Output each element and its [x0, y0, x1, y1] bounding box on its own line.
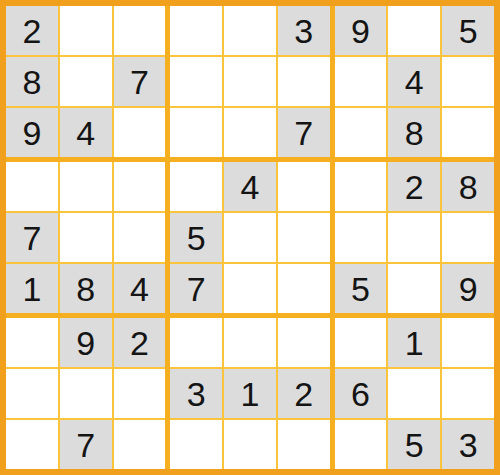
cell-r9c4[interactable]	[170, 420, 222, 469]
cell-r2c4[interactable]	[170, 57, 222, 106]
cell-r1c3[interactable]	[114, 6, 166, 55]
cell-r8c7[interactable]: 6	[335, 369, 387, 418]
cell-r7c4[interactable]	[170, 318, 222, 367]
cell-r4c8[interactable]: 2	[388, 162, 440, 211]
box-3-1: 927	[6, 318, 165, 469]
cell-r8c4[interactable]: 3	[170, 369, 222, 418]
cell-r3c8[interactable]: 8	[388, 108, 440, 157]
cell-r1c9[interactable]: 5	[442, 6, 494, 55]
cell-r4c1[interactable]	[6, 162, 58, 211]
cell-r2c3[interactable]: 7	[114, 57, 166, 106]
cell-r7c6[interactable]	[278, 318, 330, 367]
cell-r1c1[interactable]: 2	[6, 6, 58, 55]
cell-r9c2[interactable]: 7	[60, 420, 112, 469]
cell-r6c9[interactable]: 9	[442, 264, 494, 313]
cell-r9c5[interactable]	[224, 420, 276, 469]
cell-r5c1[interactable]: 7	[6, 213, 58, 262]
cell-r5c6[interactable]	[278, 213, 330, 262]
cell-r5c3[interactable]	[114, 213, 166, 262]
cell-r4c7[interactable]	[335, 162, 387, 211]
cell-r3c3[interactable]	[114, 108, 166, 157]
cell-r4c5[interactable]: 4	[224, 162, 276, 211]
box-1-2: 37	[170, 6, 329, 157]
cell-r1c4[interactable]	[170, 6, 222, 55]
box-3-3: 1653	[335, 318, 494, 469]
cell-r2c5[interactable]	[224, 57, 276, 106]
cell-r4c3[interactable]	[114, 162, 166, 211]
box-1-1: 28794	[6, 6, 165, 157]
cell-r3c4[interactable]	[170, 108, 222, 157]
cell-r5c2[interactable]	[60, 213, 112, 262]
cell-r6c3[interactable]: 4	[114, 264, 166, 313]
cell-r5c5[interactable]	[224, 213, 276, 262]
cell-r2c8[interactable]: 4	[388, 57, 440, 106]
cell-r8c1[interactable]	[6, 369, 58, 418]
cell-r1c7[interactable]: 9	[335, 6, 387, 55]
cell-r6c5[interactable]	[224, 264, 276, 313]
cell-r6c7[interactable]: 5	[335, 264, 387, 313]
cell-r9c3[interactable]	[114, 420, 166, 469]
cell-r3c2[interactable]: 4	[60, 108, 112, 157]
cell-r7c9[interactable]	[442, 318, 494, 367]
cell-r2c9[interactable]	[442, 57, 494, 106]
cell-r1c8[interactable]	[388, 6, 440, 55]
cell-r4c4[interactable]	[170, 162, 222, 211]
cell-r5c7[interactable]	[335, 213, 387, 262]
cell-r9c7[interactable]	[335, 420, 387, 469]
cell-r2c6[interactable]	[278, 57, 330, 106]
cell-r1c5[interactable]	[224, 6, 276, 55]
box-3-2: 312	[170, 318, 329, 469]
cell-r7c8[interactable]: 1	[388, 318, 440, 367]
cell-r2c1[interactable]: 8	[6, 57, 58, 106]
box-2-1: 7184	[6, 162, 165, 313]
cell-r8c6[interactable]: 2	[278, 369, 330, 418]
cell-r1c6[interactable]: 3	[278, 6, 330, 55]
cell-r7c5[interactable]	[224, 318, 276, 367]
box-2-2: 457	[170, 162, 329, 313]
cell-r8c5[interactable]: 1	[224, 369, 276, 418]
cell-r7c7[interactable]	[335, 318, 387, 367]
cell-r4c6[interactable]	[278, 162, 330, 211]
sudoku-board: 28794379548718445728599273121653	[0, 0, 500, 475]
cell-r3c6[interactable]: 7	[278, 108, 330, 157]
cell-r8c8[interactable]	[388, 369, 440, 418]
cell-r5c4[interactable]: 5	[170, 213, 222, 262]
cell-r5c9[interactable]	[442, 213, 494, 262]
cell-r3c9[interactable]	[442, 108, 494, 157]
box-2-3: 2859	[335, 162, 494, 313]
cell-r4c9[interactable]: 8	[442, 162, 494, 211]
cell-r7c1[interactable]	[6, 318, 58, 367]
cell-r6c2[interactable]: 8	[60, 264, 112, 313]
cell-r2c2[interactable]	[60, 57, 112, 106]
cell-r9c9[interactable]: 3	[442, 420, 494, 469]
cell-r7c3[interactable]: 2	[114, 318, 166, 367]
cell-r6c6[interactable]	[278, 264, 330, 313]
boxes-grid: 28794379548718445728599273121653	[6, 6, 494, 469]
cell-r5c8[interactable]	[388, 213, 440, 262]
cell-r6c4[interactable]: 7	[170, 264, 222, 313]
cell-r6c1[interactable]: 1	[6, 264, 58, 313]
cell-r8c9[interactable]	[442, 369, 494, 418]
cell-r9c6[interactable]	[278, 420, 330, 469]
cell-r4c2[interactable]	[60, 162, 112, 211]
cell-r7c2[interactable]: 9	[60, 318, 112, 367]
cell-r3c1[interactable]: 9	[6, 108, 58, 157]
cell-r2c7[interactable]	[335, 57, 387, 106]
cell-r8c3[interactable]	[114, 369, 166, 418]
cell-r6c8[interactable]	[388, 264, 440, 313]
cell-r3c7[interactable]	[335, 108, 387, 157]
box-1-3: 9548	[335, 6, 494, 157]
cell-r9c8[interactable]: 5	[388, 420, 440, 469]
cell-r1c2[interactable]	[60, 6, 112, 55]
cell-r8c2[interactable]	[60, 369, 112, 418]
cell-r9c1[interactable]	[6, 420, 58, 469]
cell-r3c5[interactable]	[224, 108, 276, 157]
